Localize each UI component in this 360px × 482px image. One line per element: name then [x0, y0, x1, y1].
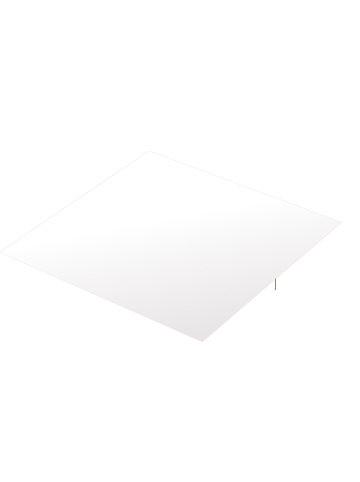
chess-set-scene: [0, 0, 360, 482]
chess-board: [0, 151, 341, 341]
fold-seam-side: [275, 278, 277, 291]
photo-canvas: [0, 0, 360, 482]
